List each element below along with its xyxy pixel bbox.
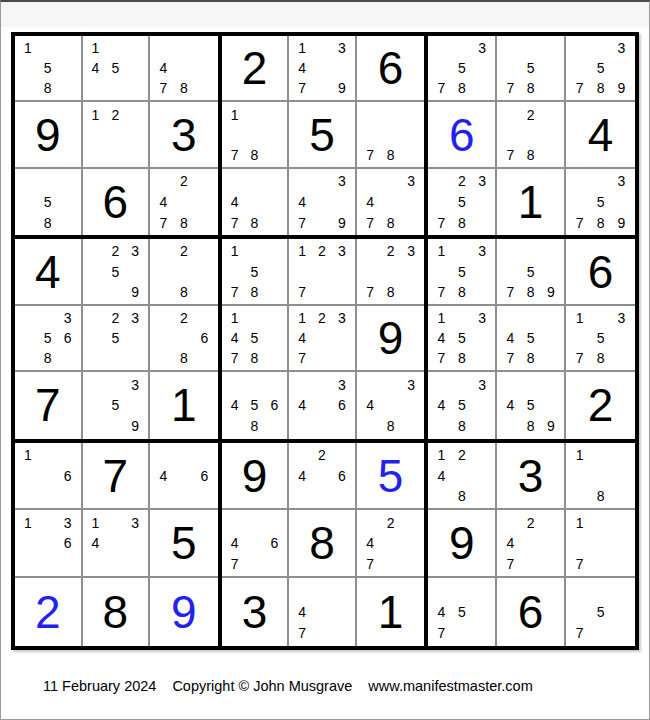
sudoku-cell-r3c1[interactable]: 58 xyxy=(15,169,83,235)
sudoku-cell-r1c2[interactable]: 145 xyxy=(83,36,151,102)
solved-digit: 2 xyxy=(35,589,61,635)
candidate-slot-8: 8 xyxy=(521,282,541,302)
candidate-slot-4 xyxy=(86,261,106,281)
sudoku-box-9: 1248318924717457657 xyxy=(428,443,635,646)
sudoku-cell-r3c5[interactable]: 3479 xyxy=(289,169,357,235)
sudoku-cell-r6c4[interactable]: 4568 xyxy=(222,372,290,438)
candidate-slot-8 xyxy=(312,213,332,234)
candidate-slot-2: 2 xyxy=(452,445,472,466)
candidate-slot-2: 2 xyxy=(380,241,401,261)
candidate-slot-7: 7 xyxy=(569,213,590,234)
candidate-slot-5 xyxy=(245,125,265,145)
candidate-slot-8 xyxy=(312,78,332,98)
sudoku-cell-r1c5[interactable]: 13479 xyxy=(289,36,357,102)
given-digit: 1 xyxy=(518,179,544,225)
sudoku-cell-r6c2[interactable]: 359 xyxy=(83,372,151,438)
sudoku-cell-r8c8[interactable]: 247 xyxy=(497,510,566,578)
sudoku-box-3: 3578578357896278423578135789 xyxy=(428,36,635,239)
candidate-slot-4: 4 xyxy=(360,192,381,213)
candidate-slot-1 xyxy=(431,374,451,395)
sudoku-cell-r5c1[interactable]: 3568 xyxy=(15,306,83,372)
candidate-slot-6 xyxy=(125,58,145,78)
sudoku-cell-r4c3[interactable]: 28 xyxy=(150,239,218,305)
candidate-slot-8 xyxy=(590,623,611,644)
candidate-slot-6: 6 xyxy=(58,533,78,554)
candidate-slot-3: 3 xyxy=(472,241,492,261)
candidate-slot-7: 7 xyxy=(500,348,520,368)
candidate-slot-1 xyxy=(500,374,520,395)
candidate-slot-2 xyxy=(174,38,195,58)
sudoku-cell-r2c3[interactable]: 3 xyxy=(150,102,218,168)
pencil-marks: 578 xyxy=(497,36,564,100)
candidate-slot-1 xyxy=(225,374,245,395)
candidate-slot-8: 8 xyxy=(174,78,195,98)
sudoku-box-4: 4235928356823526873591 xyxy=(15,239,222,442)
sudoku-cell-r4c9[interactable]: 6 xyxy=(566,239,635,305)
sudoku-cell-r2c8[interactable]: 278 xyxy=(497,102,566,168)
sudoku-cell-r7c6[interactable]: 5 xyxy=(357,443,425,511)
candidate-slot-9 xyxy=(125,348,145,368)
sudoku-cell-r6c6[interactable]: 348 xyxy=(357,372,425,438)
candidate-slot-6 xyxy=(332,58,352,78)
candidate-slot-9 xyxy=(472,623,492,644)
candidate-slot-9 xyxy=(264,416,284,437)
candidate-slot-2 xyxy=(380,171,401,192)
sudoku-cell-r1c1[interactable]: 158 xyxy=(15,36,83,102)
candidate-slot-2: 2 xyxy=(174,171,195,192)
candidate-slot-8: 8 xyxy=(521,416,541,437)
candidate-slot-1 xyxy=(153,241,174,261)
sudoku-cell-r5c2[interactable]: 235 xyxy=(83,306,151,372)
candidate-slot-7: 7 xyxy=(569,348,590,368)
candidate-slot-6 xyxy=(611,192,632,213)
candidate-slot-9 xyxy=(332,623,352,644)
candidate-slot-7: 7 xyxy=(360,282,381,302)
sudoku-cell-r8c1[interactable]: 136 xyxy=(15,510,83,578)
candidate-slot-7: 7 xyxy=(225,213,245,234)
top-band xyxy=(1,2,649,27)
sudoku-cell-r9c9[interactable]: 57 xyxy=(566,578,635,646)
sudoku-cell-r1c8[interactable]: 578 xyxy=(497,36,566,102)
candidate-slot-6 xyxy=(401,261,422,281)
candidate-slot-4: 4 xyxy=(431,395,451,416)
sudoku-cell-r6c9[interactable]: 2 xyxy=(566,372,635,438)
candidate-slot-2 xyxy=(452,38,472,58)
candidate-slot-6 xyxy=(541,395,561,416)
candidate-slot-9: 9 xyxy=(125,416,145,437)
candidate-slot-8 xyxy=(105,282,125,302)
sudoku-cell-r2c5[interactable]: 5 xyxy=(289,102,357,168)
candidate-slot-6: 6 xyxy=(58,465,78,486)
sudoku-cell-r2c9[interactable]: 4 xyxy=(566,102,635,168)
candidate-slot-7: 7 xyxy=(292,348,312,368)
candidate-slot-4 xyxy=(360,261,381,281)
sudoku-cell-r6c3[interactable]: 1 xyxy=(150,372,218,438)
candidate-slot-3: 3 xyxy=(58,512,78,533)
candidate-slot-7 xyxy=(86,554,106,575)
candidate-slot-3 xyxy=(541,512,561,533)
candidate-slot-3 xyxy=(541,308,561,328)
candidate-slot-8: 8 xyxy=(521,78,541,98)
candidate-slot-5: 5 xyxy=(590,58,611,78)
candidate-slot-4: 4 xyxy=(86,533,106,554)
candidate-slot-4 xyxy=(18,328,38,348)
sudoku-cell-r8c2[interactable]: 134 xyxy=(83,510,151,578)
sudoku-cell-r9c6[interactable]: 1 xyxy=(357,578,425,646)
sudoku-cell-r9c1[interactable]: 2 xyxy=(15,578,83,646)
pencil-marks: 246 xyxy=(289,443,355,509)
candidate-slot-5 xyxy=(174,58,195,78)
candidate-slot-6 xyxy=(332,192,352,213)
candidate-slot-3 xyxy=(401,512,422,533)
sudoku-cell-r1c3[interactable]: 478 xyxy=(150,36,218,102)
candidate-slot-1: 1 xyxy=(569,512,590,533)
pencil-marks: 467 xyxy=(222,510,288,576)
candidate-slot-5 xyxy=(590,533,611,554)
pencil-marks: 235 xyxy=(83,306,149,370)
candidate-slot-2 xyxy=(590,308,611,328)
candidate-slot-9 xyxy=(401,282,422,302)
sudoku-cell-r3c9[interactable]: 35789 xyxy=(566,169,635,235)
candidate-slot-2 xyxy=(38,171,58,192)
candidate-slot-5: 5 xyxy=(452,601,472,622)
candidate-slot-1 xyxy=(153,308,174,328)
candidate-slot-7 xyxy=(18,486,38,507)
given-digit: 4 xyxy=(588,112,614,158)
sudoku-cell-r1c9[interactable]: 35789 xyxy=(566,36,635,102)
pencil-marks: 13578 xyxy=(566,306,635,370)
candidate-slot-9: 9 xyxy=(541,416,561,437)
candidate-slot-9 xyxy=(332,486,352,507)
pencil-marks: 16 xyxy=(15,443,81,509)
sudoku-box-5: 157812372378145781234794568346348 xyxy=(222,239,429,442)
candidate-slot-7 xyxy=(500,416,520,437)
candidate-slot-3: 3 xyxy=(401,171,422,192)
candidate-slot-2 xyxy=(521,38,541,58)
sudoku-cell-r4c8[interactable]: 5789 xyxy=(497,239,566,305)
candidate-slot-9 xyxy=(541,145,561,165)
candidate-slot-7: 7 xyxy=(569,623,590,644)
pencil-marks: 78 xyxy=(357,102,425,166)
candidate-slot-7: 7 xyxy=(292,78,312,98)
candidate-slot-1 xyxy=(18,308,38,328)
candidate-slot-3: 3 xyxy=(472,374,492,395)
sudoku-cell-r5c9[interactable]: 13578 xyxy=(566,306,635,372)
candidate-slot-6 xyxy=(125,125,145,145)
candidate-slot-4: 4 xyxy=(153,58,174,78)
candidate-slot-6: 6 xyxy=(194,465,215,486)
candidate-slot-3 xyxy=(332,445,352,466)
candidate-slot-2 xyxy=(174,445,195,466)
sudoku-cell-r6c8[interactable]: 4589 xyxy=(497,372,566,438)
candidate-slot-2 xyxy=(452,374,472,395)
candidate-slot-6 xyxy=(332,328,352,348)
candidate-slot-1 xyxy=(500,241,520,261)
candidate-slot-8: 8 xyxy=(38,348,58,368)
candidate-slot-1 xyxy=(360,512,381,533)
given-digit: 6 xyxy=(103,179,129,225)
sudoku-cell-r9c8[interactable]: 6 xyxy=(497,578,566,646)
sudoku-cell-r7c8[interactable]: 3 xyxy=(497,443,566,511)
candidate-slot-1: 1 xyxy=(18,38,38,58)
sudoku-cell-r7c3[interactable]: 46 xyxy=(150,443,218,511)
candidate-slot-7 xyxy=(569,486,590,507)
sudoku-cell-r7c2[interactable]: 7 xyxy=(83,443,151,511)
candidate-slot-2 xyxy=(590,171,611,192)
candidate-slot-2 xyxy=(380,374,401,395)
candidate-slot-1 xyxy=(292,374,312,395)
candidate-slot-1: 1 xyxy=(225,104,245,124)
candidate-slot-2 xyxy=(521,374,541,395)
given-digit: 8 xyxy=(103,589,129,635)
candidate-slot-4 xyxy=(569,58,590,78)
candidate-slot-1: 1 xyxy=(86,512,106,533)
pencil-marks: 47 xyxy=(289,578,355,646)
sudoku-cell-r2c2[interactable]: 12 xyxy=(83,102,151,168)
pencil-marks: 134 xyxy=(83,510,149,576)
sudoku-cell-r3c8[interactable]: 1 xyxy=(497,169,566,235)
sudoku-cell-r7c4[interactable]: 9 xyxy=(222,443,290,511)
sudoku-cell-r4c5[interactable]: 1237 xyxy=(289,239,357,305)
candidate-slot-6 xyxy=(264,125,284,145)
candidate-slot-1 xyxy=(569,580,590,601)
given-digit: 7 xyxy=(103,453,129,499)
candidate-slot-9 xyxy=(194,282,215,302)
given-digit: 9 xyxy=(35,112,61,158)
sudoku-cell-r6c7[interactable]: 3458 xyxy=(428,372,497,438)
candidate-slot-7: 7 xyxy=(500,145,520,165)
candidate-slot-3 xyxy=(194,241,215,261)
candidate-slot-8 xyxy=(105,348,125,368)
candidate-slot-6: 6 xyxy=(194,328,215,348)
pencil-marks: 46 xyxy=(150,443,218,509)
sudoku-cell-r5c7[interactable]: 134578 xyxy=(428,306,497,372)
candidate-slot-1: 1 xyxy=(225,308,245,328)
candidate-slot-1 xyxy=(153,38,174,58)
candidate-slot-5 xyxy=(380,125,401,145)
candidate-slot-1 xyxy=(86,374,106,395)
sudoku-cell-r2c4[interactable]: 178 xyxy=(222,102,290,168)
candidate-slot-9 xyxy=(264,213,284,234)
sudoku-cell-r4c6[interactable]: 2378 xyxy=(357,239,425,305)
sudoku-cell-r4c4[interactable]: 1578 xyxy=(222,239,290,305)
candidate-slot-8 xyxy=(380,554,401,575)
sudoku-cell-r5c6[interactable]: 9 xyxy=(357,306,425,372)
candidate-slot-4 xyxy=(18,465,38,486)
candidate-slot-3 xyxy=(264,308,284,328)
sudoku-box-7: 167461361345289 xyxy=(15,443,222,646)
pencil-marks: 1578 xyxy=(222,239,288,303)
candidate-slot-3 xyxy=(194,171,215,192)
candidate-slot-6 xyxy=(472,465,492,486)
candidate-slot-1: 1 xyxy=(292,38,312,58)
candidate-slot-6: 6 xyxy=(264,395,284,416)
sudoku-cell-r4c1[interactable]: 4 xyxy=(15,239,83,305)
pencil-marks: 478 xyxy=(222,169,288,235)
candidate-slot-2 xyxy=(380,104,401,124)
candidate-slot-6: 6 xyxy=(58,328,78,348)
candidate-slot-7 xyxy=(18,213,38,234)
candidate-slot-4: 4 xyxy=(431,465,451,486)
candidate-slot-8 xyxy=(105,554,125,575)
sudoku-cell-r5c4[interactable]: 14578 xyxy=(222,306,290,372)
candidate-slot-6 xyxy=(332,261,352,281)
sudoku-cell-r9c3[interactable]: 9 xyxy=(150,578,218,646)
candidate-slot-3 xyxy=(401,104,422,124)
candidate-slot-2 xyxy=(312,171,332,192)
candidate-slot-8 xyxy=(105,78,125,98)
candidate-slot-6 xyxy=(125,328,145,348)
sudoku-cell-r8c7[interactable]: 9 xyxy=(428,510,497,578)
candidate-slot-8: 8 xyxy=(452,416,472,437)
sudoku-cell-r9c4[interactable]: 3 xyxy=(222,578,290,646)
sudoku-cell-r9c5[interactable]: 47 xyxy=(289,578,357,646)
sudoku-cell-r5c3[interactable]: 268 xyxy=(150,306,218,372)
sudoku-cell-r8c9[interactable]: 17 xyxy=(566,510,635,578)
candidate-slot-9 xyxy=(125,554,145,575)
candidate-slot-1: 1 xyxy=(292,308,312,328)
candidate-slot-4: 4 xyxy=(225,533,245,554)
candidate-slot-8 xyxy=(312,282,332,302)
candidate-slot-7 xyxy=(86,145,106,165)
sudoku-cell-r3c3[interactable]: 2478 xyxy=(150,169,218,235)
candidate-slot-9 xyxy=(332,416,352,437)
sudoku-box-8: 9246546782473471 xyxy=(222,443,429,646)
sudoku-cell-r9c7[interactable]: 457 xyxy=(428,578,497,646)
sudoku-cell-r6c1[interactable]: 7 xyxy=(15,372,83,438)
candidate-slot-7: 7 xyxy=(500,554,520,575)
sudoku-cell-r8c6[interactable]: 247 xyxy=(357,510,425,578)
candidate-slot-3 xyxy=(472,445,492,466)
candidate-slot-8: 8 xyxy=(38,78,58,98)
candidate-slot-3: 3 xyxy=(125,374,145,395)
candidate-slot-3 xyxy=(611,512,632,533)
candidate-slot-9 xyxy=(58,213,78,234)
candidate-slot-6 xyxy=(541,533,561,554)
sudoku-cell-r3c7[interactable]: 23578 xyxy=(428,169,497,235)
given-digit: 6 xyxy=(518,589,544,635)
candidate-slot-2 xyxy=(38,38,58,58)
given-digit: 2 xyxy=(242,45,268,91)
candidate-slot-3: 3 xyxy=(401,241,422,261)
sudoku-cell-r2c1[interactable]: 9 xyxy=(15,102,83,168)
candidate-slot-6 xyxy=(611,58,632,78)
candidate-slot-7 xyxy=(18,78,38,98)
candidate-slot-4: 4 xyxy=(153,192,174,213)
candidate-slot-5: 5 xyxy=(521,261,541,281)
candidate-slot-9 xyxy=(194,78,215,98)
candidate-slot-1: 1 xyxy=(569,308,590,328)
candidate-slot-4 xyxy=(153,328,174,348)
sudoku-cell-r4c2[interactable]: 2359 xyxy=(83,239,151,305)
sudoku-cell-r9c2[interactable]: 8 xyxy=(83,578,151,646)
sudoku-cell-r5c8[interactable]: 4578 xyxy=(497,306,566,372)
candidate-slot-1 xyxy=(360,241,381,261)
candidate-slot-9 xyxy=(125,78,145,98)
candidate-slot-2: 2 xyxy=(174,241,195,261)
candidate-slot-1 xyxy=(500,308,520,328)
candidate-slot-9: 9 xyxy=(611,213,632,234)
candidate-slot-5 xyxy=(174,328,195,348)
sudoku-cell-r7c7[interactable]: 1248 xyxy=(428,443,497,511)
sudoku-cell-r7c5[interactable]: 246 xyxy=(289,443,357,511)
candidate-slot-7 xyxy=(86,348,106,368)
candidate-slot-5 xyxy=(380,261,401,281)
candidate-slot-8 xyxy=(174,486,195,507)
candidate-slot-4 xyxy=(292,261,312,281)
candidate-slot-6 xyxy=(332,601,352,622)
sudoku-cell-r3c2[interactable]: 6 xyxy=(83,169,151,235)
candidate-slot-4: 4 xyxy=(292,58,312,78)
candidate-slot-4: 4 xyxy=(360,533,381,554)
candidate-slot-5: 5 xyxy=(38,192,58,213)
pencil-marks: 17 xyxy=(566,510,635,576)
candidate-slot-7: 7 xyxy=(500,78,520,98)
candidate-slot-3: 3 xyxy=(332,171,352,192)
candidate-slot-2: 2 xyxy=(521,104,541,124)
given-digit: 6 xyxy=(588,249,614,295)
sudoku-cell-r7c1[interactable]: 16 xyxy=(15,443,83,511)
candidate-slot-9 xyxy=(401,213,422,234)
candidate-slot-6 xyxy=(611,533,632,554)
candidate-slot-5 xyxy=(245,192,265,213)
candidate-slot-2 xyxy=(245,374,265,395)
sudoku-cell-r1c7[interactable]: 3578 xyxy=(428,36,497,102)
sudoku-cell-r4c7[interactable]: 13578 xyxy=(428,239,497,305)
candidate-slot-6 xyxy=(194,192,215,213)
sudoku-cell-r5c5[interactable]: 12347 xyxy=(289,306,357,372)
candidate-slot-4 xyxy=(569,328,590,348)
sudoku-cell-r1c4[interactable]: 2 xyxy=(222,36,290,102)
candidate-slot-6: 6 xyxy=(332,395,352,416)
given-digit: 3 xyxy=(518,453,544,499)
candidate-slot-5: 5 xyxy=(245,395,265,416)
sudoku-cell-r6c5[interactable]: 346 xyxy=(289,372,357,438)
candidate-slot-5: 5 xyxy=(521,395,541,416)
candidate-slot-6 xyxy=(472,328,492,348)
candidate-slot-6: 6 xyxy=(332,465,352,486)
candidate-slot-2: 2 xyxy=(174,308,195,328)
candidate-slot-4 xyxy=(86,395,106,416)
sudoku-cell-r8c5[interactable]: 8 xyxy=(289,510,357,578)
candidate-slot-4 xyxy=(500,261,520,281)
sudoku-cell-r8c3[interactable]: 5 xyxy=(150,510,218,578)
sudoku-cell-r7c9[interactable]: 18 xyxy=(566,443,635,511)
candidate-slot-2: 2 xyxy=(312,445,332,466)
candidate-slot-2: 2 xyxy=(312,308,332,328)
candidate-slot-7: 7 xyxy=(292,213,312,234)
candidate-slot-7: 7 xyxy=(431,623,451,644)
candidate-slot-5: 5 xyxy=(245,328,265,348)
candidate-slot-5 xyxy=(521,125,541,145)
candidate-slot-2 xyxy=(245,241,265,261)
candidate-slot-3: 3 xyxy=(472,171,492,192)
sudoku-cell-r2c6[interactable]: 78 xyxy=(357,102,425,168)
candidate-slot-9 xyxy=(194,348,215,368)
candidate-slot-4 xyxy=(86,328,106,348)
candidate-slot-5 xyxy=(105,533,125,554)
sudoku-cell-r2c7[interactable]: 6 xyxy=(428,102,497,168)
sudoku-cell-r1c6[interactable]: 6 xyxy=(357,36,425,102)
candidate-slot-6 xyxy=(611,328,632,348)
sudoku-cell-r3c4[interactable]: 478 xyxy=(222,169,290,235)
candidate-slot-9: 9 xyxy=(611,78,632,98)
candidate-slot-7 xyxy=(86,416,106,437)
candidate-slot-4: 4 xyxy=(431,328,451,348)
candidate-slot-5 xyxy=(380,192,401,213)
sudoku-cell-r8c4[interactable]: 467 xyxy=(222,510,290,578)
sudoku-cell-r3c6[interactable]: 3478 xyxy=(357,169,425,235)
